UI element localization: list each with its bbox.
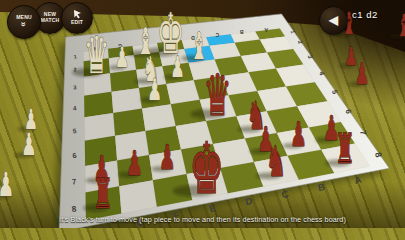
captured-black-pawn[interactable]: ♟ — [355, 57, 370, 92]
menu-button[interactable]: MENU « — [7, 5, 41, 39]
piece-black-pawn-b7[interactable]: ♟ — [290, 114, 307, 154]
new-match-label-bottom: MATCH — [41, 18, 60, 24]
piece-black-pawn-g7[interactable]: ♟ — [126, 143, 143, 183]
menu-button-label: MENU — [16, 15, 32, 21]
piece-white-bishop-d2[interactable]: ♝ — [190, 24, 209, 67]
piece-white-queen-h2[interactable]: ♛ — [84, 25, 110, 86]
edit-button[interactable]: EDIT — [61, 2, 93, 34]
piece-black-rook-a8[interactable]: ♜ — [335, 125, 356, 173]
piece-black-rook-h8[interactable]: ♜ — [93, 170, 114, 218]
captured-black-bishop[interactable]: ♝ — [396, 8, 405, 44]
coord-label: 3 — [73, 84, 77, 90]
undo-back-button[interactable]: ◀ — [319, 6, 348, 35]
coord-label: C — [215, 32, 219, 38]
last-move-label: c1 d2 — [352, 9, 378, 20]
piece-white-pawn-g2[interactable]: ♟ — [115, 41, 129, 73]
coord-label: B — [240, 29, 244, 35]
captured-white-pawn[interactable]: ♟ — [21, 127, 36, 163]
coord-label: A — [264, 27, 268, 33]
status-message: It's Black's turn to move (tap piece to … — [0, 215, 405, 224]
coord-label: 7 — [72, 177, 77, 186]
piece-white-pawn-f4[interactable]: ♟ — [147, 71, 162, 107]
coord-label: 6 — [344, 109, 354, 115]
piece-white-pawn-e3[interactable]: ♟ — [170, 50, 185, 85]
edit-hand-pointer-icon — [73, 10, 82, 19]
captured-white-pawn[interactable]: ♟ — [0, 165, 14, 203]
edit-button-label: EDIT — [71, 20, 83, 26]
piece-black-pawn-f7[interactable]: ♟ — [159, 137, 176, 177]
chess-3d-app: 11HH22GG33FF44EE55DD66CC77BB88AA♚♝♝♟♛♟♞♟… — [0, 0, 405, 228]
back-triangle-icon: ◀ — [329, 14, 338, 28]
piece-black-king-e8[interactable]: ♚ — [189, 127, 224, 210]
coord-label: 8 — [373, 151, 384, 158]
chess-board-3d[interactable]: 11HH22GG33FF44EE55DD66CC77BB88AA♚♝♝♟♛♟♞♟… — [0, 0, 405, 228]
piece-black-queen-d5[interactable]: ♛ — [203, 62, 232, 129]
piece-black-knight-c8[interactable]: ♞ — [265, 138, 286, 186]
menu-chevron-icon: « — [19, 21, 29, 26]
